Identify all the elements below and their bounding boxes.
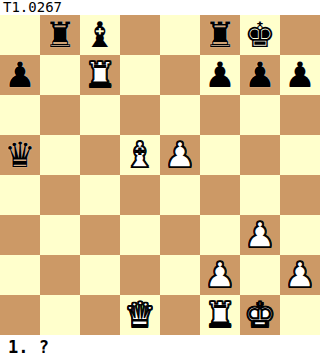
- square-b6[interactable]: [40, 95, 80, 135]
- square-h4[interactable]: [280, 175, 320, 215]
- piece-white-king[interactable]: ♚: [240, 295, 280, 335]
- square-g1[interactable]: ♚: [240, 295, 280, 335]
- square-d2[interactable]: [120, 255, 160, 295]
- square-d5[interactable]: ♝: [120, 135, 160, 175]
- square-d7[interactable]: [120, 55, 160, 95]
- square-h8[interactable]: [280, 15, 320, 55]
- square-f7[interactable]: ♟: [200, 55, 240, 95]
- square-c1[interactable]: [80, 295, 120, 335]
- square-a8[interactable]: [0, 15, 40, 55]
- square-g6[interactable]: [240, 95, 280, 135]
- piece-black-pawn[interactable]: ♟: [280, 55, 320, 95]
- square-f6[interactable]: [200, 95, 240, 135]
- piece-black-pawn[interactable]: ♟: [240, 55, 280, 95]
- square-a3[interactable]: [0, 215, 40, 255]
- square-d1[interactable]: ♛: [120, 295, 160, 335]
- square-a2[interactable]: [0, 255, 40, 295]
- square-d3[interactable]: [120, 215, 160, 255]
- piece-white-queen[interactable]: ♛: [120, 295, 160, 335]
- square-a1[interactable]: [0, 295, 40, 335]
- square-g8[interactable]: ♚: [240, 15, 280, 55]
- square-c2[interactable]: [80, 255, 120, 295]
- piece-black-pawn[interactable]: ♟: [0, 55, 40, 95]
- square-b4[interactable]: [40, 175, 80, 215]
- move-prompt: 1. ?: [8, 336, 49, 360]
- square-a6[interactable]: [0, 95, 40, 135]
- square-b8[interactable]: ♜: [40, 15, 80, 55]
- square-b7[interactable]: [40, 55, 80, 95]
- square-e6[interactable]: [160, 95, 200, 135]
- square-g4[interactable]: [240, 175, 280, 215]
- square-e3[interactable]: [160, 215, 200, 255]
- square-f1[interactable]: ♜: [200, 295, 240, 335]
- square-e7[interactable]: [160, 55, 200, 95]
- square-d6[interactable]: [120, 95, 160, 135]
- piece-black-rook[interactable]: ♜: [200, 15, 240, 55]
- square-f3[interactable]: [200, 215, 240, 255]
- square-a7[interactable]: ♟: [0, 55, 40, 95]
- piece-white-pawn[interactable]: ♟: [200, 255, 240, 295]
- square-h2[interactable]: ♟: [280, 255, 320, 295]
- square-b2[interactable]: [40, 255, 80, 295]
- square-c5[interactable]: [80, 135, 120, 175]
- square-f5[interactable]: [200, 135, 240, 175]
- square-g7[interactable]: ♟: [240, 55, 280, 95]
- square-h1[interactable]: [280, 295, 320, 335]
- square-f4[interactable]: [200, 175, 240, 215]
- piece-black-pawn[interactable]: ♟: [200, 55, 240, 95]
- square-h5[interactable]: [280, 135, 320, 175]
- square-e8[interactable]: [160, 15, 200, 55]
- square-f8[interactable]: ♜: [200, 15, 240, 55]
- square-h7[interactable]: ♟: [280, 55, 320, 95]
- square-f2[interactable]: ♟: [200, 255, 240, 295]
- square-g5[interactable]: [240, 135, 280, 175]
- piece-white-bishop[interactable]: ♝: [120, 135, 160, 175]
- square-a5[interactable]: ♛: [0, 135, 40, 175]
- piece-white-rook[interactable]: ♜: [80, 55, 120, 95]
- piece-black-bishop[interactable]: ♝: [80, 15, 120, 55]
- square-c6[interactable]: [80, 95, 120, 135]
- piece-white-rook[interactable]: ♜: [200, 295, 240, 335]
- square-g2[interactable]: [240, 255, 280, 295]
- square-c4[interactable]: [80, 175, 120, 215]
- piece-white-pawn[interactable]: ♟: [160, 135, 200, 175]
- square-b1[interactable]: [40, 295, 80, 335]
- square-b5[interactable]: [40, 135, 80, 175]
- square-h6[interactable]: [280, 95, 320, 135]
- square-c8[interactable]: ♝: [80, 15, 120, 55]
- piece-black-rook[interactable]: ♜: [40, 15, 80, 55]
- square-e4[interactable]: [160, 175, 200, 215]
- square-c3[interactable]: [80, 215, 120, 255]
- square-c7[interactable]: ♜: [80, 55, 120, 95]
- square-b3[interactable]: [40, 215, 80, 255]
- piece-white-pawn[interactable]: ♟: [240, 215, 280, 255]
- square-h3[interactable]: [280, 215, 320, 255]
- piece-black-queen[interactable]: ♛: [0, 135, 40, 175]
- square-d4[interactable]: [120, 175, 160, 215]
- piece-black-king[interactable]: ♚: [240, 15, 280, 55]
- square-e2[interactable]: [160, 255, 200, 295]
- puzzle-id: T1.0267: [3, 0, 62, 15]
- square-d8[interactable]: [120, 15, 160, 55]
- chess-board: ♜♝♜♚♟♜♟♟♟♛♝♟♟♟♟♛♜♚: [0, 15, 320, 335]
- square-e1[interactable]: [160, 295, 200, 335]
- square-e5[interactable]: ♟: [160, 135, 200, 175]
- square-a4[interactable]: [0, 175, 40, 215]
- square-g3[interactable]: ♟: [240, 215, 280, 255]
- piece-white-pawn[interactable]: ♟: [280, 255, 320, 295]
